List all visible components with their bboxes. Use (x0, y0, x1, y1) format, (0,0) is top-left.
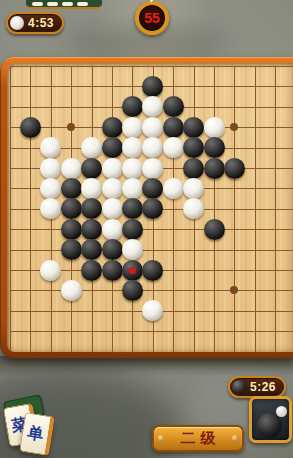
black-stone (163, 96, 184, 117)
avatar-black-stone-icon (257, 413, 282, 438)
black-stone (204, 219, 225, 240)
white-stone (40, 137, 61, 158)
badge-notch-icon (148, 0, 155, 3)
white-stone (102, 219, 123, 240)
white-stone (40, 260, 61, 281)
white-stone (183, 178, 204, 199)
black-stone (122, 198, 143, 219)
black-stone (122, 96, 143, 117)
white-stone (40, 158, 61, 179)
white-stone (204, 117, 225, 138)
black-stone (81, 260, 102, 281)
black-stone (183, 117, 204, 138)
game-screen: 4:53 55 5:26 菜 单 二级 (0, 0, 293, 458)
black-stone (61, 178, 82, 199)
white-stone (142, 158, 163, 179)
black-stone (102, 137, 123, 158)
board-drop-shadow (0, 356, 293, 376)
black-stone (81, 239, 102, 260)
white-stone (102, 158, 123, 179)
white-stone (81, 178, 102, 199)
white-stone (122, 239, 143, 260)
tray-pip (32, 2, 43, 6)
menu-char-2: 单 (26, 422, 45, 445)
black-stone (20, 117, 41, 138)
black-stone (142, 260, 163, 281)
black-stone (102, 260, 123, 281)
white-stone (142, 300, 163, 321)
black-stone (122, 219, 143, 240)
black-stone (204, 137, 225, 158)
banner-stud-icon (158, 435, 164, 442)
black-stone (142, 178, 163, 199)
white-stone (61, 158, 82, 179)
white-stone (122, 117, 143, 138)
white-stone (102, 178, 123, 199)
white-stone (61, 280, 82, 301)
white-stone (81, 137, 102, 158)
grid-line-horizontal (10, 331, 293, 332)
black-stone (224, 158, 245, 179)
black-stone (102, 117, 123, 138)
black-stone (183, 137, 204, 158)
move-countdown-badge: 55 (135, 1, 169, 35)
white-stone (102, 198, 123, 219)
banner-stud-icon (232, 435, 238, 442)
white-stone-icon (10, 16, 24, 30)
tray-pip (47, 2, 58, 6)
opponent-tray-cutoff (26, 0, 102, 9)
gomoku-board[interactable] (7, 63, 293, 352)
white-time-value: 4:53 (28, 16, 54, 30)
white-stone (122, 178, 143, 199)
opponent-avatar[interactable] (249, 396, 292, 443)
grid-line-vertical (255, 66, 256, 352)
star-point (67, 123, 75, 131)
white-stone (142, 96, 163, 117)
black-stone (61, 198, 82, 219)
star-point (230, 286, 238, 294)
black-player-timer: 5:26 (228, 376, 286, 398)
grid-line-horizontal (10, 250, 293, 251)
grid-line-horizontal (10, 229, 293, 230)
last-move-marker (129, 267, 136, 274)
black-stone (61, 219, 82, 240)
board-frame (0, 57, 293, 358)
grid-line-vertical (234, 66, 235, 352)
tray-pip (62, 2, 73, 6)
black-stone (183, 158, 204, 179)
white-stone (122, 158, 143, 179)
black-stone (142, 198, 163, 219)
white-player-timer: 4:53 (6, 12, 64, 34)
grid-line-vertical (214, 66, 215, 352)
countdown-value: 55 (144, 10, 160, 26)
menu-tile-2: 单 (19, 412, 55, 456)
black-stone (163, 117, 184, 138)
tray-pip (77, 2, 88, 6)
level-label: 二级 (176, 429, 221, 448)
black-stone (61, 239, 82, 260)
black-stone (81, 158, 102, 179)
avatar-white-stone-icon (276, 406, 287, 417)
star-point (230, 123, 238, 131)
black-stone (102, 239, 123, 260)
black-time-value: 5:26 (250, 380, 276, 394)
black-stone-icon (232, 380, 246, 394)
black-stone (204, 158, 225, 179)
black-stone-last-move (122, 260, 143, 281)
grid-line-horizontal (10, 66, 293, 67)
grid-line-vertical (275, 66, 276, 352)
white-stone (142, 137, 163, 158)
white-stone (40, 178, 61, 199)
white-stone (122, 137, 143, 158)
white-stone (142, 117, 163, 138)
white-stone (163, 137, 184, 158)
white-stone (183, 198, 204, 219)
black-stone (81, 198, 102, 219)
level-banner[interactable]: 二级 (152, 425, 244, 452)
black-stone (81, 219, 102, 240)
menu-button[interactable]: 菜 单 (3, 398, 57, 456)
white-stone (163, 178, 184, 199)
white-stone (40, 198, 61, 219)
grid-line-horizontal (10, 290, 293, 291)
black-stone (122, 280, 143, 301)
black-stone (142, 76, 163, 97)
